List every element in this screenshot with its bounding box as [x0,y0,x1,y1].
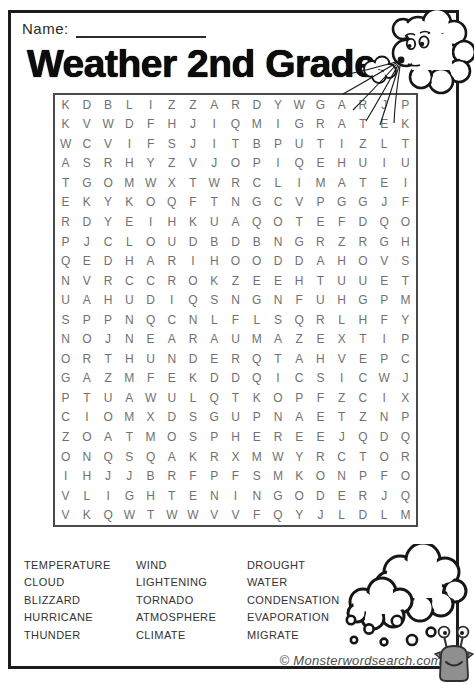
grid-cell-r11c17[interactable]: M [395,290,416,310]
grid-cell-r7c10[interactable]: Q [246,212,267,232]
grid-cell-r21c14[interactable]: E [331,486,352,506]
grid-cell-r15c15[interactable]: C [352,369,373,389]
grid-cell-r14c5[interactable]: U [140,349,161,369]
grid-cell-r1c3[interactable]: B [97,95,118,115]
grid-cell-r3c15[interactable]: Z [352,134,373,154]
grid-cell-r4c4[interactable]: H [119,154,140,174]
grid-cell-r11c10[interactable]: G [246,290,267,310]
grid-cell-r22c11[interactable]: Q [267,505,288,525]
grid-cell-r10c4[interactable]: C [119,271,140,291]
grid-cell-r22c14[interactable]: L [331,505,352,525]
grid-cell-r13c2[interactable]: O [76,330,97,350]
grid-cell-r18c11[interactable]: R [267,427,288,447]
grid-cell-r16c2[interactable]: T [76,388,97,408]
grid-cell-r7c17[interactable]: O [395,212,416,232]
grid-cell-r3c13[interactable]: T [310,134,331,154]
grid-cell-r19c5[interactable]: Q [140,447,161,467]
grid-cell-r3c11[interactable]: P [267,134,288,154]
grid-cell-r22c6[interactable]: W [161,505,182,525]
grid-cell-r20c7[interactable]: F [182,466,203,486]
grid-cell-r9c16[interactable]: V [374,251,395,271]
grid-cell-r2c8[interactable]: I [204,115,225,135]
grid-cell-r20c16[interactable]: F [374,466,395,486]
grid-cell-r9c5[interactable]: A [140,251,161,271]
grid-cell-r11c6[interactable]: I [161,290,182,310]
grid-cell-r17c2[interactable]: I [76,408,97,428]
grid-cell-r20c9[interactable]: F [225,466,246,486]
grid-cell-r10c8[interactable]: K [204,271,225,291]
grid-cell-r7c5[interactable]: I [140,212,161,232]
grid-cell-r10c3[interactable]: R [97,271,118,291]
grid-cell-r19c7[interactable]: K [182,447,203,467]
grid-cell-r11c15[interactable]: G [352,290,373,310]
grid-cell-r21c4[interactable]: G [119,486,140,506]
grid-cell-r16c14[interactable]: Z [331,388,352,408]
grid-cell-r12c13[interactable]: R [310,310,331,330]
grid-cell-r1c2[interactable]: D [76,95,97,115]
grid-cell-r20c12[interactable]: K [289,466,310,486]
grid-cell-r14c12[interactable]: A [289,349,310,369]
grid-cell-r11c1[interactable]: U [55,290,76,310]
grid-cell-r13c15[interactable]: T [352,330,373,350]
grid-cell-r16c3[interactable]: U [97,388,118,408]
grid-cell-r14c4[interactable]: H [119,349,140,369]
grid-cell-r20c2[interactable]: H [76,466,97,486]
grid-cell-r16c17[interactable]: X [395,388,416,408]
grid-cell-r12c16[interactable]: F [374,310,395,330]
grid-cell-r6c10[interactable]: G [246,193,267,213]
grid-cell-r2c10[interactable]: M [246,115,267,135]
grid-cell-r13c5[interactable]: E [140,330,161,350]
grid-cell-r17c12[interactable]: A [289,408,310,428]
grid-cell-r16c8[interactable]: Q [204,388,225,408]
grid-cell-r6c5[interactable]: O [140,193,161,213]
grid-cell-r2c16[interactable]: E [374,115,395,135]
grid-cell-r4c11[interactable]: I [267,154,288,174]
grid-cell-r22c16[interactable]: L [374,505,395,525]
grid-cell-r22c17[interactable]: M [395,505,416,525]
grid-cell-r1c15[interactable]: R [352,95,373,115]
grid-cell-r20c6[interactable]: R [161,466,182,486]
grid-cell-r18c3[interactable]: A [97,427,118,447]
grid-cell-r21c2[interactable]: L [76,486,97,506]
grid-cell-r2c2[interactable]: V [76,115,97,135]
grid-cell-r4c5[interactable]: Y [140,154,161,174]
grid-cell-r12c6[interactable]: C [161,310,182,330]
grid-cell-r1c4[interactable]: L [119,95,140,115]
grid-cell-r12c7[interactable]: N [182,310,203,330]
grid-cell-r15c17[interactable]: J [395,369,416,389]
grid-cell-r2c13[interactable]: R [310,115,331,135]
grid-cell-r3c6[interactable]: S [161,134,182,154]
grid-cell-r19c8[interactable]: R [204,447,225,467]
grid-cell-r19c2[interactable]: N [76,447,97,467]
grid-cell-r10c11[interactable]: E [267,271,288,291]
grid-cell-r18c17[interactable]: Q [395,427,416,447]
grid-cell-r14c9[interactable]: R [225,349,246,369]
grid-cell-r22c1[interactable]: V [55,505,76,525]
grid-cell-r10c12[interactable]: H [289,271,310,291]
grid-cell-r14c13[interactable]: H [310,349,331,369]
grid-cell-r12c12[interactable]: Q [289,310,310,330]
grid-cell-r7c6[interactable]: H [161,212,182,232]
grid-cell-r5c15[interactable]: T [352,173,373,193]
grid-cell-r3c2[interactable]: C [76,134,97,154]
grid-cell-r20c11[interactable]: M [267,466,288,486]
grid-cell-r16c12[interactable]: P [289,388,310,408]
grid-cell-r20c15[interactable]: P [352,466,373,486]
grid-cell-r4c15[interactable]: U [352,154,373,174]
grid-cell-r1c13[interactable]: G [310,95,331,115]
grid-cell-r14c10[interactable]: Q [246,349,267,369]
grid-cell-r5c5[interactable]: W [140,173,161,193]
grid-cell-r2c11[interactable]: I [267,115,288,135]
grid-cell-r10c14[interactable]: U [331,271,352,291]
grid-cell-r6c1[interactable]: E [55,193,76,213]
grid-cell-r17c5[interactable]: X [140,408,161,428]
grid-cell-r11c3[interactable]: H [97,290,118,310]
grid-cell-r6c16[interactable]: J [374,193,395,213]
grid-cell-r13c13[interactable]: E [310,330,331,350]
grid-cell-r6c13[interactable]: P [310,193,331,213]
grid-cell-r11c12[interactable]: F [289,290,310,310]
grid-cell-r18c6[interactable]: O [161,427,182,447]
grid-cell-r5c13[interactable]: M [310,173,331,193]
grid-cell-r6c2[interactable]: K [76,193,97,213]
grid-cell-r5c14[interactable]: A [331,173,352,193]
grid-cell-r15c1[interactable]: G [55,369,76,389]
grid-cell-r5c16[interactable]: E [374,173,395,193]
grid-cell-r9c2[interactable]: E [76,251,97,271]
grid-cell-r5c11[interactable]: L [267,173,288,193]
grid-cell-r1c8[interactable]: A [204,95,225,115]
grid-cell-r14c1[interactable]: O [55,349,76,369]
grid-cell-r8c6[interactable]: U [161,232,182,252]
grid-cell-r13c11[interactable]: A [267,330,288,350]
grid-cell-r4c8[interactable]: J [204,154,225,174]
grid-cell-r21c16[interactable]: J [374,486,395,506]
grid-cell-r7c13[interactable]: E [310,212,331,232]
grid-cell-r2c6[interactable]: H [161,115,182,135]
grid-cell-r21c12[interactable]: O [289,486,310,506]
grid-cell-r18c2[interactable]: O [76,427,97,447]
grid-cell-r1c11[interactable]: Y [267,95,288,115]
grid-cell-r13c9[interactable]: U [225,330,246,350]
grid-cell-r22c8[interactable]: V [204,505,225,525]
grid-cell-r15c11[interactable]: I [267,369,288,389]
grid-cell-r20c3[interactable]: J [97,466,118,486]
grid-cell-r10c9[interactable]: Z [225,271,246,291]
grid-cell-r15c13[interactable]: S [310,369,331,389]
grid-cell-r16c10[interactable]: K [246,388,267,408]
grid-cell-r18c4[interactable]: T [119,427,140,447]
grid-cell-r20c10[interactable]: S [246,466,267,486]
grid-cell-r22c15[interactable]: D [352,505,373,525]
grid-cell-r14c15[interactable]: E [352,349,373,369]
grid-cell-r12c9[interactable]: F [225,310,246,330]
grid-cell-r3c10[interactable]: B [246,134,267,154]
grid-cell-r9c1[interactable]: Q [55,251,76,271]
grid-cell-r11c14[interactable]: H [331,290,352,310]
grid-cell-r19c12[interactable]: Y [289,447,310,467]
grid-cell-r16c16[interactable]: I [374,388,395,408]
grid-cell-r6c17[interactable]: F [395,193,416,213]
grid-cell-r5c9[interactable]: R [225,173,246,193]
grid-cell-r19c4[interactable]: S [119,447,140,467]
grid-cell-r3c8[interactable]: I [204,134,225,154]
grid-cell-r4c2[interactable]: S [76,154,97,174]
grid-cell-r7c15[interactable]: D [352,212,373,232]
grid-cell-r14c3[interactable]: T [97,349,118,369]
grid-cell-r12c1[interactable]: S [55,310,76,330]
grid-cell-r16c13[interactable]: F [310,388,331,408]
grid-cell-r9c17[interactable]: S [395,251,416,271]
grid-cell-r5c2[interactable]: G [76,173,97,193]
grid-cell-r4c14[interactable]: H [331,154,352,174]
grid-cell-r8c4[interactable]: L [119,232,140,252]
grid-cell-r22c12[interactable]: Y [289,505,310,525]
grid-cell-r8c8[interactable]: B [204,232,225,252]
grid-cell-r19c1[interactable]: O [55,447,76,467]
grid-cell-r18c14[interactable]: J [331,427,352,447]
grid-cell-r19c16[interactable]: O [374,447,395,467]
grid-cell-r3c14[interactable]: I [331,134,352,154]
grid-cell-r21c5[interactable]: H [140,486,161,506]
grid-cell-r16c1[interactable]: P [55,388,76,408]
grid-cell-r20c17[interactable]: O [395,466,416,486]
grid-cell-r13c3[interactable]: J [97,330,118,350]
grid-cell-r7c3[interactable]: Y [97,212,118,232]
grid-cell-r15c5[interactable]: F [140,369,161,389]
grid-cell-r9c4[interactable]: H [119,251,140,271]
grid-cell-r10c10[interactable]: E [246,271,267,291]
grid-cell-r11c2[interactable]: A [76,290,97,310]
grid-cell-r21c13[interactable]: D [310,486,331,506]
grid-cell-r6c8[interactable]: T [204,193,225,213]
grid-cell-r1c10[interactable]: D [246,95,267,115]
grid-cell-r19c10[interactable]: M [246,447,267,467]
grid-cell-r12c4[interactable]: N [119,310,140,330]
grid-cell-r7c12[interactable]: T [289,212,310,232]
grid-cell-r14c14[interactable]: V [331,349,352,369]
grid-cell-r6c6[interactable]: Q [161,193,182,213]
grid-cell-r16c4[interactable]: A [119,388,140,408]
grid-cell-r12c2[interactable]: P [76,310,97,330]
grid-cell-r17c14[interactable]: T [331,408,352,428]
grid-cell-r18c1[interactable]: Z [55,427,76,447]
grid-cell-r13c17[interactable]: P [395,330,416,350]
grid-cell-r12c17[interactable]: Y [395,310,416,330]
grid-cell-r8c7[interactable]: D [182,232,203,252]
grid-cell-r3c9[interactable]: T [225,134,246,154]
grid-cell-r22c13[interactable]: J [310,505,331,525]
grid-cell-r4c3[interactable]: R [97,154,118,174]
grid-cell-r18c5[interactable]: M [140,427,161,447]
grid-cell-r17c6[interactable]: D [161,408,182,428]
grid-cell-r18c12[interactable]: E [289,427,310,447]
name-fill-in-line[interactable] [76,18,206,38]
grid-cell-r15c4[interactable]: M [119,369,140,389]
grid-cell-r8c3[interactable]: C [97,232,118,252]
grid-cell-r19c11[interactable]: W [267,447,288,467]
grid-cell-r20c14[interactable]: N [331,466,352,486]
grid-cell-r1c17[interactable]: P [395,95,416,115]
grid-cell-r2c9[interactable]: Q [225,115,246,135]
grid-cell-r7c4[interactable]: E [119,212,140,232]
grid-cell-r20c5[interactable]: B [140,466,161,486]
grid-cell-r1c6[interactable]: Z [161,95,182,115]
grid-cell-r19c17[interactable]: R [395,447,416,467]
grid-cell-r9c6[interactable]: R [161,251,182,271]
grid-cell-r15c2[interactable]: A [76,369,97,389]
grid-cell-r15c7[interactable]: K [182,369,203,389]
grid-cell-r9c7[interactable]: I [182,251,203,271]
grid-cell-r16c15[interactable]: C [352,388,373,408]
grid-cell-r5c12[interactable]: I [289,173,310,193]
grid-cell-r21c15[interactable]: R [352,486,373,506]
grid-cell-r11c4[interactable]: U [119,290,140,310]
grid-cell-r21c8[interactable]: N [204,486,225,506]
grid-cell-r3c17[interactable]: T [395,134,416,154]
grid-cell-r15c8[interactable]: D [204,369,225,389]
grid-cell-r6c14[interactable]: G [331,193,352,213]
grid-cell-r2c12[interactable]: G [289,115,310,135]
grid-cell-r13c4[interactable]: N [119,330,140,350]
grid-cell-r5c7[interactable]: T [182,173,203,193]
grid-cell-r10c15[interactable]: U [352,271,373,291]
grid-cell-r1c12[interactable]: W [289,95,310,115]
grid-cell-r18c13[interactable]: E [310,427,331,447]
grid-cell-r11c16[interactable]: P [374,290,395,310]
grid-cell-r8c11[interactable]: N [267,232,288,252]
grid-cell-r3c12[interactable]: U [289,134,310,154]
grid-cell-r15c6[interactable]: E [161,369,182,389]
grid-cell-r2c14[interactable]: A [331,115,352,135]
grid-cell-r5c4[interactable]: M [119,173,140,193]
grid-cell-r13c7[interactable]: R [182,330,203,350]
grid-cell-r14c11[interactable]: T [267,349,288,369]
grid-cell-r4c17[interactable]: U [395,154,416,174]
grid-cell-r22c7[interactable]: W [182,505,203,525]
grid-cell-r2c15[interactable]: T [352,115,373,135]
grid-cell-r8c16[interactable]: G [374,232,395,252]
grid-cell-r3c4[interactable]: I [119,134,140,154]
grid-cell-r8c14[interactable]: Z [331,232,352,252]
grid-cell-r3c3[interactable]: V [97,134,118,154]
grid-cell-r20c13[interactable]: O [310,466,331,486]
grid-cell-r5c8[interactable]: W [204,173,225,193]
grid-cell-r11c13[interactable]: U [310,290,331,310]
grid-cell-r4c1[interactable]: A [55,154,76,174]
grid-cell-r14c2[interactable]: R [76,349,97,369]
grid-cell-r4c10[interactable]: P [246,154,267,174]
grid-cell-r5c1[interactable]: T [55,173,76,193]
grid-cell-r12c3[interactable]: P [97,310,118,330]
grid-cell-r10c1[interactable]: N [55,271,76,291]
grid-cell-r13c12[interactable]: Z [289,330,310,350]
grid-cell-r16c9[interactable]: T [225,388,246,408]
grid-cell-r8c2[interactable]: J [76,232,97,252]
grid-cell-r16c6[interactable]: U [161,388,182,408]
grid-cell-r9c10[interactable]: O [246,251,267,271]
grid-cell-r4c9[interactable]: O [225,154,246,174]
grid-cell-r17c3[interactable]: O [97,408,118,428]
grid-cell-r7c11[interactable]: O [267,212,288,232]
grid-cell-r12c15[interactable]: H [352,310,373,330]
grid-cell-r14c8[interactable]: E [204,349,225,369]
grid-cell-r7c8[interactable]: U [204,212,225,232]
grid-cell-r8c10[interactable]: B [246,232,267,252]
grid-cell-r1c16[interactable]: J [374,95,395,115]
grid-cell-r13c16[interactable]: I [374,330,395,350]
grid-cell-r15c3[interactable]: Z [97,369,118,389]
grid-cell-r9c15[interactable]: O [352,251,373,271]
grid-cell-r6c9[interactable]: N [225,193,246,213]
grid-cell-r2c3[interactable]: W [97,115,118,135]
grid-cell-r4c13[interactable]: E [310,154,331,174]
grid-cell-r6c12[interactable]: V [289,193,310,213]
grid-cell-r8c5[interactable]: O [140,232,161,252]
grid-cell-r8c1[interactable]: P [55,232,76,252]
grid-cell-r18c10[interactable]: E [246,427,267,447]
grid-cell-r7c14[interactable]: F [331,212,352,232]
grid-cell-r22c9[interactable]: V [225,505,246,525]
grid-cell-r15c14[interactable]: I [331,369,352,389]
grid-cell-r18c16[interactable]: D [374,427,395,447]
grid-cell-r11c9[interactable]: N [225,290,246,310]
grid-cell-r4c6[interactable]: Z [161,154,182,174]
grid-cell-r18c15[interactable]: Q [352,427,373,447]
grid-cell-r1c5[interactable]: I [140,95,161,115]
grid-cell-r16c7[interactable]: L [182,388,203,408]
grid-cell-r11c7[interactable]: Q [182,290,203,310]
grid-cell-r10c5[interactable]: C [140,271,161,291]
grid-cell-r21c17[interactable]: Q [395,486,416,506]
grid-cell-r10c13[interactable]: T [310,271,331,291]
grid-cell-r17c7[interactable]: S [182,408,203,428]
grid-cell-r5c3[interactable]: O [97,173,118,193]
grid-cell-r9c9[interactable]: O [225,251,246,271]
grid-cell-r21c7[interactable]: E [182,486,203,506]
grid-cell-r21c1[interactable]: V [55,486,76,506]
grid-cell-r1c1[interactable]: K [55,95,76,115]
grid-cell-r19c15[interactable]: T [352,447,373,467]
grid-cell-r5c17[interactable]: I [395,173,416,193]
grid-cell-r21c6[interactable]: T [161,486,182,506]
grid-cell-r21c11[interactable]: G [267,486,288,506]
grid-cell-r12c14[interactable]: L [331,310,352,330]
grid-cell-r9c14[interactable]: H [331,251,352,271]
grid-cell-r19c14[interactable]: C [331,447,352,467]
grid-cell-r5c6[interactable]: X [161,173,182,193]
grid-cell-r7c9[interactable]: A [225,212,246,232]
grid-cell-r19c9[interactable]: X [225,447,246,467]
grid-cell-r14c7[interactable]: D [182,349,203,369]
grid-cell-r14c17[interactable]: C [395,349,416,369]
grid-cell-r1c14[interactable]: A [331,95,352,115]
grid-cell-r4c16[interactable]: I [374,154,395,174]
grid-cell-r18c9[interactable]: H [225,427,246,447]
grid-cell-r13c6[interactable]: A [161,330,182,350]
grid-cell-r18c7[interactable]: S [182,427,203,447]
grid-cell-r12c8[interactable]: L [204,310,225,330]
grid-cell-r8c9[interactable]: D [225,232,246,252]
grid-cell-r3c1[interactable]: W [55,134,76,154]
grid-cell-r9c13[interactable]: A [310,251,331,271]
grid-cell-r16c5[interactable]: W [140,388,161,408]
grid-cell-r6c7[interactable]: F [182,193,203,213]
grid-cell-r3c16[interactable]: L [374,134,395,154]
